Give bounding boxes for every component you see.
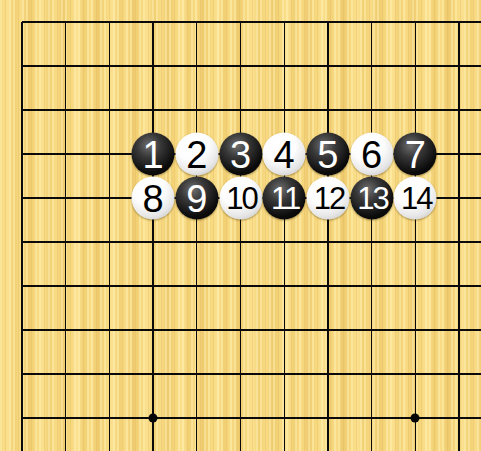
stone-number: 2 xyxy=(186,135,207,173)
stone-black-3: 3 xyxy=(219,133,262,176)
grid-line-vertical xyxy=(21,22,22,451)
stone-black-13: 13 xyxy=(350,177,393,220)
grid-line-vertical xyxy=(152,22,153,451)
stone-white-10: 10 xyxy=(219,177,262,220)
stone-number: 4 xyxy=(274,135,295,173)
star-point xyxy=(149,414,158,423)
grid-line-vertical xyxy=(284,22,285,451)
stone-white-12: 12 xyxy=(306,177,349,220)
grid-line-horizontal xyxy=(22,329,481,330)
grid-line-vertical xyxy=(371,22,372,451)
grid-line-vertical xyxy=(196,22,197,451)
stone-number: 6 xyxy=(361,135,382,173)
stone-white-6: 6 xyxy=(350,133,393,176)
grid-line-horizontal xyxy=(22,285,481,286)
stone-number: 11 xyxy=(271,183,299,214)
grid-line-horizontal xyxy=(22,373,481,374)
stone-number: 7 xyxy=(405,135,426,173)
stone-black-5: 5 xyxy=(306,133,349,176)
grid-line-horizontal xyxy=(22,241,481,242)
stone-black-7: 7 xyxy=(394,133,437,176)
grid-line-horizontal xyxy=(22,109,481,110)
grid-line-vertical xyxy=(65,22,66,451)
stone-black-1: 1 xyxy=(132,133,175,176)
stone-number: 3 xyxy=(230,135,251,173)
stone-black-9: 9 xyxy=(175,177,218,220)
stone-number: 10 xyxy=(226,183,256,214)
grid-line-horizontal xyxy=(22,65,481,66)
grid-line-horizontal xyxy=(22,21,481,22)
stone-white-4: 4 xyxy=(263,133,306,176)
grid-line-vertical xyxy=(458,22,459,451)
stone-white-8: 8 xyxy=(132,177,175,220)
stone-number: 13 xyxy=(357,183,387,214)
stone-black-11: 11 xyxy=(263,177,306,220)
stone-number: 8 xyxy=(143,179,164,217)
grid-line-vertical xyxy=(415,22,416,451)
grid-line-vertical xyxy=(109,22,110,451)
stone-number: 5 xyxy=(317,135,338,173)
star-point xyxy=(411,414,420,423)
stone-white-14: 14 xyxy=(394,177,437,220)
grid-line-vertical xyxy=(327,22,328,451)
stone-number: 1 xyxy=(143,135,164,173)
stone-number: 14 xyxy=(401,183,431,214)
stone-number: 12 xyxy=(314,183,344,214)
stone-number: 9 xyxy=(186,179,207,217)
grid-line-vertical xyxy=(240,22,241,451)
go-board[interactable]: 1234567891011121314 xyxy=(0,0,481,451)
stone-white-2: 2 xyxy=(175,133,218,176)
